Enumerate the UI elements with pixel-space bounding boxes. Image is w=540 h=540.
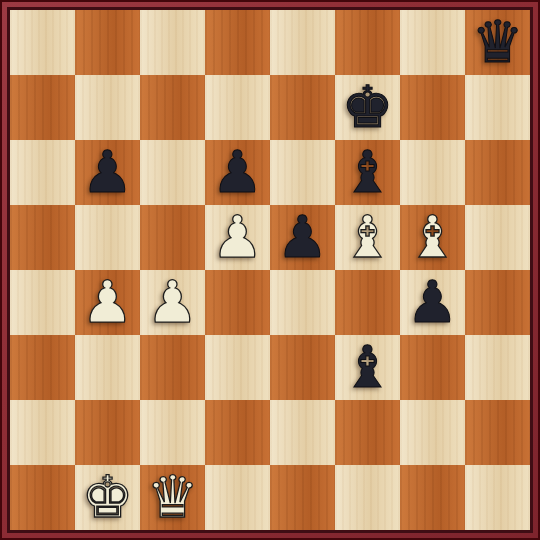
square-d4[interactable] bbox=[205, 270, 270, 335]
chess-board: ♛♚♟♟♝♟♟♝♝♟♟♟♝♚♛ bbox=[7, 7, 533, 533]
square-f4[interactable] bbox=[335, 270, 400, 335]
square-h7[interactable] bbox=[465, 75, 530, 140]
square-g7[interactable] bbox=[400, 75, 465, 140]
square-e1[interactable] bbox=[270, 465, 335, 530]
square-e7[interactable] bbox=[270, 75, 335, 140]
square-h1[interactable] bbox=[465, 465, 530, 530]
board-frame: ♛♚♟♟♝♟♟♝♝♟♟♟♝♚♛ bbox=[0, 0, 540, 540]
square-h2[interactable] bbox=[465, 400, 530, 465]
black-pawn[interactable]: ♟ bbox=[277, 205, 329, 270]
white-pawn[interactable]: ♟ bbox=[147, 270, 199, 335]
square-c3[interactable] bbox=[140, 335, 205, 400]
square-a4[interactable] bbox=[10, 270, 75, 335]
square-c5[interactable] bbox=[140, 205, 205, 270]
square-f7[interactable]: ♚ bbox=[335, 75, 400, 140]
white-king[interactable]: ♚ bbox=[82, 465, 134, 530]
white-pawn[interactable]: ♟ bbox=[82, 270, 134, 335]
square-a2[interactable] bbox=[10, 400, 75, 465]
square-f8[interactable] bbox=[335, 10, 400, 75]
black-pawn[interactable]: ♟ bbox=[82, 140, 134, 205]
square-g5[interactable]: ♝ bbox=[400, 205, 465, 270]
square-d2[interactable] bbox=[205, 400, 270, 465]
square-c2[interactable] bbox=[140, 400, 205, 465]
square-e4[interactable] bbox=[270, 270, 335, 335]
white-queen[interactable]: ♛ bbox=[147, 465, 199, 530]
square-b8[interactable] bbox=[75, 10, 140, 75]
square-g8[interactable] bbox=[400, 10, 465, 75]
square-c1[interactable]: ♛ bbox=[140, 465, 205, 530]
square-b7[interactable] bbox=[75, 75, 140, 140]
square-h3[interactable] bbox=[465, 335, 530, 400]
square-b6[interactable]: ♟ bbox=[75, 140, 140, 205]
square-h6[interactable] bbox=[465, 140, 530, 205]
square-g6[interactable] bbox=[400, 140, 465, 205]
square-c4[interactable]: ♟ bbox=[140, 270, 205, 335]
black-pawn[interactable]: ♟ bbox=[407, 270, 459, 335]
white-pawn[interactable]: ♟ bbox=[212, 205, 264, 270]
square-g3[interactable] bbox=[400, 335, 465, 400]
square-d8[interactable] bbox=[205, 10, 270, 75]
square-g1[interactable] bbox=[400, 465, 465, 530]
square-b3[interactable] bbox=[75, 335, 140, 400]
square-d1[interactable] bbox=[205, 465, 270, 530]
square-a3[interactable] bbox=[10, 335, 75, 400]
square-f1[interactable] bbox=[335, 465, 400, 530]
black-pawn[interactable]: ♟ bbox=[212, 140, 264, 205]
square-e6[interactable] bbox=[270, 140, 335, 205]
square-g2[interactable] bbox=[400, 400, 465, 465]
square-d7[interactable] bbox=[205, 75, 270, 140]
square-h5[interactable] bbox=[465, 205, 530, 270]
square-a6[interactable] bbox=[10, 140, 75, 205]
black-bishop[interactable]: ♝ bbox=[342, 335, 394, 400]
square-a5[interactable] bbox=[10, 205, 75, 270]
square-c6[interactable] bbox=[140, 140, 205, 205]
black-bishop[interactable]: ♝ bbox=[342, 140, 394, 205]
square-d3[interactable] bbox=[205, 335, 270, 400]
square-e5[interactable]: ♟ bbox=[270, 205, 335, 270]
square-b4[interactable]: ♟ bbox=[75, 270, 140, 335]
square-f3[interactable]: ♝ bbox=[335, 335, 400, 400]
black-king[interactable]: ♚ bbox=[342, 75, 394, 140]
square-g4[interactable]: ♟ bbox=[400, 270, 465, 335]
square-b1[interactable]: ♚ bbox=[75, 465, 140, 530]
square-c7[interactable] bbox=[140, 75, 205, 140]
square-a1[interactable] bbox=[10, 465, 75, 530]
square-d5[interactable]: ♟ bbox=[205, 205, 270, 270]
black-queen[interactable]: ♛ bbox=[472, 10, 524, 75]
square-a7[interactable] bbox=[10, 75, 75, 140]
white-bishop[interactable]: ♝ bbox=[407, 205, 459, 270]
square-f6[interactable]: ♝ bbox=[335, 140, 400, 205]
square-h8[interactable]: ♛ bbox=[465, 10, 530, 75]
square-c8[interactable] bbox=[140, 10, 205, 75]
square-e8[interactable] bbox=[270, 10, 335, 75]
square-e2[interactable] bbox=[270, 400, 335, 465]
square-d6[interactable]: ♟ bbox=[205, 140, 270, 205]
white-bishop[interactable]: ♝ bbox=[342, 205, 394, 270]
square-e3[interactable] bbox=[270, 335, 335, 400]
square-b5[interactable] bbox=[75, 205, 140, 270]
square-f2[interactable] bbox=[335, 400, 400, 465]
square-a8[interactable] bbox=[10, 10, 75, 75]
square-h4[interactable] bbox=[465, 270, 530, 335]
square-f5[interactable]: ♝ bbox=[335, 205, 400, 270]
square-b2[interactable] bbox=[75, 400, 140, 465]
